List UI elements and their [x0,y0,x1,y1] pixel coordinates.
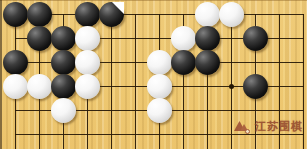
grid-line-vertical [231,14,232,149]
grid-line-vertical [303,14,304,149]
go-board[interactable]: 江苏围棋 [0,0,307,149]
white-stone [195,2,220,27]
weiqi-mountain-logo-icon [234,118,251,135]
white-stone [27,74,52,99]
black-stone [75,2,100,27]
black-stone [51,26,76,51]
white-stone [3,74,28,99]
black-stone [51,74,76,99]
black-stone [3,2,28,27]
white-stone [219,2,244,27]
watermark: 江苏围棋 [234,118,303,135]
grid-line-horizontal [15,14,304,15]
watermark-text: 江苏围棋 [255,119,303,134]
white-stone [147,74,172,99]
grid-line-vertical [135,14,136,149]
white-stone [51,98,76,123]
black-stone [27,2,52,27]
white-stone [171,26,196,51]
star-point [229,84,234,89]
black-stone [171,50,196,75]
black-stone [3,50,28,75]
black-stone [27,26,52,51]
black-stone [243,26,268,51]
white-stone [75,74,100,99]
black-stone [51,50,76,75]
black-stone [243,74,268,99]
white-stone [147,98,172,123]
white-stone [75,26,100,51]
black-stone [195,26,220,51]
grid-line-vertical [111,14,112,149]
black-stone [195,50,220,75]
white-stone [147,50,172,75]
white-stone [75,50,100,75]
